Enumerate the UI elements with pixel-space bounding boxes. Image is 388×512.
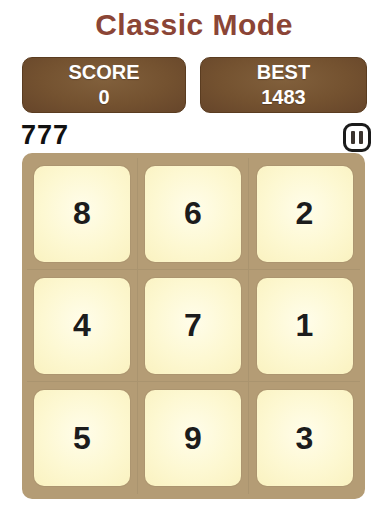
pause-button[interactable] [343, 123, 371, 152]
board-cell: 5 [27, 382, 138, 494]
score-panel: SCORE 0 [22, 57, 186, 113]
tile[interactable]: 5 [34, 390, 130, 486]
best-label: BEST [257, 60, 310, 85]
board-cell: 3 [249, 382, 360, 494]
tile[interactable]: 4 [34, 278, 130, 374]
tile[interactable]: 8 [34, 166, 130, 262]
board-cell: 2 [249, 158, 360, 270]
tile[interactable]: 2 [257, 166, 353, 262]
board-cell: 1 [249, 270, 360, 382]
board-cell: 8 [27, 158, 138, 270]
best-panel: BEST 1483 [200, 57, 367, 113]
pause-icon [351, 131, 355, 144]
tile[interactable]: 3 [257, 390, 353, 486]
tile[interactable]: 9 [145, 390, 241, 486]
page-title: Classic Mode [0, 5, 388, 45]
score-label: SCORE [68, 60, 139, 85]
tile[interactable]: 6 [145, 166, 241, 262]
app: Classic Mode SCORE 0 BEST 1483 777 8 6 2… [0, 0, 388, 512]
status-counter: 777 [21, 121, 69, 149]
tile[interactable]: 1 [257, 278, 353, 374]
tile[interactable]: 7 [145, 278, 241, 374]
best-value: 1483 [261, 85, 306, 110]
game-board: 8 6 2 4 7 1 5 9 3 [22, 153, 365, 499]
pause-icon [359, 131, 363, 144]
score-value: 0 [98, 85, 109, 110]
board-cell: 9 [138, 382, 249, 494]
board-cell: 7 [138, 270, 249, 382]
board-cell: 4 [27, 270, 138, 382]
board-cell: 6 [138, 158, 249, 270]
